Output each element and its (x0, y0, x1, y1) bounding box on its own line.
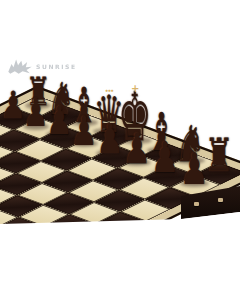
piece-black-pawn-b7: ♟ (23, 94, 49, 132)
piece-black-pawn-g7: ♟ (151, 138, 179, 181)
watermark-brand: SUNRISE (36, 63, 77, 70)
pieces-layer: ♜♞♝♛•••♚+♝♞♜♟♟♟♟♟♟♟♟ (0, 0, 240, 290)
piece-black-pawn-a7: ♟ (1, 87, 26, 125)
piece-black-pawn-e7: ♟ (96, 119, 123, 160)
watermark: SUNRISE (7, 56, 77, 76)
product-photo: SUNRISE ♜♞♝♛•••♚+♝♞♜♟♟♟♟♟♟♟♟ (0, 0, 240, 290)
piece-black-pawn-f7: ♟ (123, 128, 151, 170)
dragon-logo-icon (7, 56, 33, 76)
queen-crown-accent: ••• (105, 88, 114, 94)
piece-black-pawn-h7: ♟ (180, 147, 209, 191)
king-cross-accent: + (131, 84, 138, 94)
piece-black-pawn-d7: ♟ (71, 110, 98, 150)
piece-black-pawn-c7: ♟ (46, 102, 72, 141)
